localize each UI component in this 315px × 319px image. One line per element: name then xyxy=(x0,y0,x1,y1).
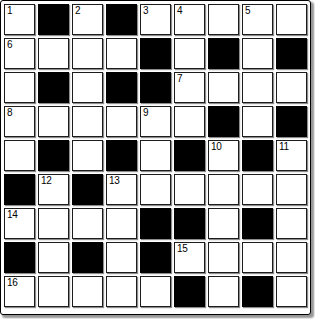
black-cell-r1c4 xyxy=(106,4,137,35)
white-cell-r3c3[interactable] xyxy=(72,72,103,103)
white-cell-r9c7[interactable] xyxy=(208,276,239,307)
white-cell-r4c5[interactable]: 9 xyxy=(140,106,171,137)
white-cell-r7c2[interactable] xyxy=(38,208,69,239)
clue-number-15: 15 xyxy=(177,243,188,255)
black-cell-r9c6 xyxy=(174,276,205,307)
white-cell-r3c9[interactable] xyxy=(276,72,307,103)
black-cell-r3c2 xyxy=(38,72,69,103)
white-cell-r2c6[interactable] xyxy=(174,38,205,69)
black-cell-r2c5 xyxy=(140,38,171,69)
black-cell-r7c5 xyxy=(140,208,171,239)
black-cell-r9c8 xyxy=(242,276,273,307)
clue-number-7: 7 xyxy=(177,73,182,85)
white-cell-r6c9[interactable] xyxy=(276,174,307,205)
black-cell-r5c6 xyxy=(174,140,205,171)
white-cell-r8c7[interactable] xyxy=(208,242,239,273)
white-cell-r8c4[interactable] xyxy=(106,242,137,273)
black-cell-r7c8 xyxy=(242,208,273,239)
clue-number-1: 1 xyxy=(7,5,12,17)
black-cell-r6c1 xyxy=(4,174,35,205)
white-cell-r1c5[interactable]: 3 xyxy=(140,4,171,35)
white-cell-r7c9[interactable] xyxy=(276,208,307,239)
white-cell-r5c7[interactable]: 10 xyxy=(208,140,239,171)
white-cell-r2c3[interactable] xyxy=(72,38,103,69)
clue-number-11: 11 xyxy=(279,141,289,153)
white-cell-r9c5[interactable] xyxy=(140,276,171,307)
white-cell-r8c2[interactable] xyxy=(38,242,69,273)
white-cell-r1c3[interactable]: 2 xyxy=(72,4,103,35)
black-cell-r2c9 xyxy=(276,38,307,69)
white-cell-r4c3[interactable] xyxy=(72,106,103,137)
white-cell-r4c2[interactable] xyxy=(38,106,69,137)
white-cell-r2c2[interactable] xyxy=(38,38,69,69)
clue-number-8: 8 xyxy=(7,107,12,119)
white-cell-r7c3[interactable] xyxy=(72,208,103,239)
white-cell-r1c6[interactable]: 4 xyxy=(174,4,205,35)
white-cell-r1c1[interactable]: 1 xyxy=(4,4,35,35)
white-cell-r6c8[interactable] xyxy=(242,174,273,205)
white-cell-r2c4[interactable] xyxy=(106,38,137,69)
white-cell-r7c7[interactable] xyxy=(208,208,239,239)
black-cell-r8c3 xyxy=(72,242,103,273)
white-cell-r5c5[interactable] xyxy=(140,140,171,171)
white-cell-r3c7[interactable] xyxy=(208,72,239,103)
white-cell-r6c5[interactable] xyxy=(140,174,171,205)
clue-number-4: 4 xyxy=(177,5,182,17)
white-cell-r5c9[interactable]: 11 xyxy=(276,140,307,171)
black-cell-r8c5 xyxy=(140,242,171,273)
white-cell-r6c4[interactable]: 13 xyxy=(106,174,137,205)
black-cell-r5c2 xyxy=(38,140,69,171)
white-cell-r6c6[interactable] xyxy=(174,174,205,205)
white-cell-r1c7[interactable] xyxy=(208,4,239,35)
black-cell-r4c7 xyxy=(208,106,239,137)
white-cell-r8c8[interactable] xyxy=(242,242,273,273)
clue-number-16: 16 xyxy=(7,277,18,289)
white-cell-r3c6[interactable]: 7 xyxy=(174,72,205,103)
white-cell-r1c9[interactable] xyxy=(276,4,307,35)
white-cell-r5c1[interactable] xyxy=(4,140,35,171)
white-cell-r4c8[interactable] xyxy=(242,106,273,137)
black-cell-r8c1 xyxy=(4,242,35,273)
clue-number-2: 2 xyxy=(75,5,80,17)
white-cell-r6c2[interactable]: 12 xyxy=(38,174,69,205)
black-cell-r4c9 xyxy=(276,106,307,137)
white-cell-r4c1[interactable]: 8 xyxy=(4,106,35,137)
white-cell-r9c1[interactable]: 16 xyxy=(4,276,35,307)
white-cell-r6c7[interactable] xyxy=(208,174,239,205)
white-cell-r3c1[interactable] xyxy=(4,72,35,103)
black-cell-r5c8 xyxy=(242,140,273,171)
clue-number-9: 9 xyxy=(143,107,148,119)
white-cell-r9c3[interactable] xyxy=(72,276,103,307)
white-cell-r4c4[interactable] xyxy=(106,106,137,137)
white-cell-r8c9[interactable] xyxy=(276,242,307,273)
white-cell-r3c8[interactable] xyxy=(242,72,273,103)
clue-number-13: 13 xyxy=(109,175,120,187)
clue-number-3: 3 xyxy=(143,5,148,17)
clue-number-12: 12 xyxy=(41,175,52,187)
clue-number-5: 5 xyxy=(245,5,250,17)
white-cell-r7c4[interactable] xyxy=(106,208,137,239)
black-cell-r5c4 xyxy=(106,140,137,171)
white-cell-r5c3[interactable] xyxy=(72,140,103,171)
black-cell-r1c2 xyxy=(38,4,69,35)
white-cell-r2c1[interactable]: 6 xyxy=(4,38,35,69)
white-cell-r7c1[interactable]: 14 xyxy=(4,208,35,239)
clue-number-14: 14 xyxy=(7,209,18,221)
black-cell-r3c4 xyxy=(106,72,137,103)
clue-number-6: 6 xyxy=(7,39,12,51)
white-cell-r1c8[interactable]: 5 xyxy=(242,4,273,35)
white-cell-r9c4[interactable] xyxy=(106,276,137,307)
white-cell-r8c6[interactable]: 15 xyxy=(174,242,205,273)
black-cell-r2c7 xyxy=(208,38,239,69)
black-cell-r6c3 xyxy=(72,174,103,205)
white-cell-r4c6[interactable] xyxy=(174,106,205,137)
black-cell-r3c5 xyxy=(140,72,171,103)
crossword-grid: 12345678910111213141516 xyxy=(1,1,310,310)
white-cell-r2c8[interactable] xyxy=(242,38,273,69)
white-cell-r9c9[interactable] xyxy=(276,276,307,307)
black-cell-r7c6 xyxy=(174,208,205,239)
white-cell-r9c2[interactable] xyxy=(38,276,69,307)
clue-number-10: 10 xyxy=(211,141,222,153)
crossword-page: 12345678910111213141516 xyxy=(0,0,311,315)
